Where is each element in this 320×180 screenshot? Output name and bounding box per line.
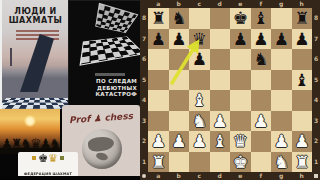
square-g7: ♟ [271, 29, 292, 50]
white-pawn: ♟ [169, 131, 190, 152]
club-logo-text: Prof ♟ chess [62, 110, 140, 125]
square-c5 [189, 70, 210, 91]
square-c1 [189, 152, 210, 173]
square-c7: ♛ [189, 29, 210, 50]
coord-file-e: e [230, 172, 251, 179]
black-king: ♚ [230, 8, 251, 29]
square-g2: ♟ [271, 131, 292, 152]
black-king-icon: ♚ [38, 152, 48, 165]
olive-square-icon [60, 156, 64, 160]
square-f4 [251, 90, 272, 111]
white-knight: ♞ [189, 111, 210, 132]
book-cover-opening-catastrophes: ПО СЛЕДАМ ДЕБЮТНЫХ КАТАСТРОФ [68, 0, 142, 106]
square-c8 [189, 8, 210, 29]
coord-file-h: h [292, 172, 313, 179]
black-queen: ♛ [189, 29, 210, 50]
square-d8 [210, 8, 231, 29]
black-bishop: ♝ [292, 70, 313, 91]
sunset-chess-photo: ♟♜♞♛♟♞ [0, 109, 60, 154]
square-d4 [210, 90, 231, 111]
coord-file-g: g [271, 0, 292, 7]
black-pawn: ♟ [189, 49, 210, 70]
square-g6 [271, 49, 292, 70]
board-squares: ♜♞♚♝♜♟♟♛♟♟♟♟♟♞♝♝♞♟♟♟♟♟♝♛♟♟♜♚♞♜ [148, 8, 312, 172]
book-cover-people-and-chess: ЛЮДИ И ШАХМАТЫ [0, 0, 69, 109]
white-pawn: ♟ [210, 111, 231, 132]
square-c2: ♟ [189, 131, 210, 152]
square-a6 [148, 49, 169, 70]
square-d1 [210, 152, 231, 173]
tower-silhouette [10, 48, 12, 66]
white-pawn: ♟ [189, 131, 210, 152]
square-g3 [271, 111, 292, 132]
coord-file-b: b [169, 172, 190, 179]
frame-corner-icon-right [314, 174, 318, 178]
square-e2: ♛ [230, 131, 251, 152]
square-f7: ♟ [251, 29, 272, 50]
square-a8: ♜ [148, 8, 169, 29]
white-pawn: ♟ [271, 131, 292, 152]
warped-chessboard-small [95, 3, 138, 33]
square-d5 [210, 70, 231, 91]
emblem-pieces: ♚♛ [18, 152, 78, 165]
coord-rank-7: 7 [312, 29, 320, 50]
warped-chessboard-large [79, 37, 142, 66]
coord-rank-2: 2 [312, 131, 320, 152]
square-d2: ♝ [210, 131, 231, 152]
coord-file-f: f [251, 0, 272, 7]
bottom-black-strip [0, 176, 140, 180]
square-a7: ♟ [148, 29, 169, 50]
white-bishop: ♝ [189, 90, 210, 111]
square-h5: ♝ [292, 70, 313, 91]
coord-file-e: e [230, 0, 251, 7]
chess-federation-emblem: ♚♛ ФЕДЕРАЦИЯ ШАХМАТ [18, 152, 78, 178]
black-pawn: ♟ [169, 29, 190, 50]
square-h7: ♟ [292, 29, 313, 50]
coord-rank-3: 3 [140, 111, 148, 132]
square-f6: ♞ [251, 49, 272, 70]
coord-file-g: g [271, 172, 292, 179]
square-h2: ♟ [292, 131, 313, 152]
square-b6 [169, 49, 190, 70]
square-a1: ♜ [148, 152, 169, 173]
square-b4 [169, 90, 190, 111]
black-knight: ♞ [251, 49, 272, 70]
coord-rank-8: 8 [140, 8, 148, 29]
square-b3 [169, 111, 190, 132]
square-e3 [230, 111, 251, 132]
square-g8 [271, 8, 292, 29]
coord-rank-4: 4 [312, 90, 320, 111]
coord-rank-1: 1 [312, 152, 320, 173]
square-e5 [230, 70, 251, 91]
coord-rank-3: 3 [312, 111, 320, 132]
square-a3 [148, 111, 169, 132]
coord-rank-5: 5 [140, 70, 148, 91]
coord-file-a: a [148, 172, 169, 179]
gold-square-icon [32, 156, 36, 160]
video-frame: ЛЮДИ И ШАХМАТЫ ПО СЛЕДАМ ДЕБЮТНЫХ КАТАСТ… [0, 0, 320, 180]
coord-file-b: b [169, 0, 190, 7]
square-c4: ♝ [189, 90, 210, 111]
square-f2 [251, 131, 272, 152]
white-rook: ♜ [148, 152, 169, 173]
black-pawn: ♟ [292, 29, 313, 50]
coord-file-c: c [189, 0, 210, 7]
black-pawn: ♟ [148, 29, 169, 50]
square-h3 [292, 111, 313, 132]
coord-rank-7: 7 [140, 29, 148, 50]
white-bishop: ♝ [210, 131, 231, 152]
square-a2: ♟ [148, 131, 169, 152]
white-rook: ♜ [292, 152, 313, 173]
square-g1: ♞ [271, 152, 292, 173]
black-bishop: ♝ [251, 8, 272, 29]
square-f5 [251, 70, 272, 91]
square-b5 [169, 70, 190, 91]
coord-file-c: c [189, 172, 210, 179]
white-pawn: ♟ [148, 131, 169, 152]
white-pawn: ♟ [292, 131, 313, 152]
coord-rank-1: 1 [140, 152, 148, 173]
square-h8: ♜ [292, 8, 313, 29]
coord-rank-8: 8 [312, 8, 320, 29]
coord-rank-6: 6 [140, 49, 148, 70]
book1-title: ЛЮДИ И ШАХМАТЫ [2, 7, 69, 25]
white-pawn: ♟ [251, 111, 272, 132]
square-f3: ♟ [251, 111, 272, 132]
square-h4 [292, 90, 313, 111]
square-d7 [210, 29, 231, 50]
frame-corner-icon-left [142, 174, 146, 178]
white-knight: ♞ [271, 152, 292, 173]
black-rook: ♜ [148, 8, 169, 29]
square-e6 [230, 49, 251, 70]
coord-file-a: a [148, 0, 169, 7]
square-f1 [251, 152, 272, 173]
coord-file-d: d [210, 172, 231, 179]
monolith-graphic [20, 34, 54, 92]
coord-file-h: h [292, 0, 313, 7]
square-a5 [148, 70, 169, 91]
square-d3: ♟ [210, 111, 231, 132]
square-h1: ♜ [292, 152, 313, 173]
coord-rank-5: 5 [312, 70, 320, 91]
square-e7: ♟ [230, 29, 251, 50]
square-c3: ♞ [189, 111, 210, 132]
coord-rank-6: 6 [312, 49, 320, 70]
square-b1 [169, 152, 190, 173]
black-knight: ♞ [169, 8, 190, 29]
black-pawn: ♟ [271, 29, 292, 50]
square-e1: ♚ [230, 152, 251, 173]
square-c6: ♟ [189, 49, 210, 70]
square-e4 [230, 90, 251, 111]
square-b7: ♟ [169, 29, 190, 50]
book2-author-line [95, 73, 125, 76]
coord-file-d: d [210, 0, 231, 7]
white-king: ♚ [230, 152, 251, 173]
book2-title: ПО СЛЕДАМ ДЕБЮТНЫХ КАТАСТРОФ [69, 78, 137, 98]
square-g5 [271, 70, 292, 91]
square-h6 [292, 49, 313, 70]
black-pawn: ♟ [251, 29, 272, 50]
square-g4 [271, 90, 292, 111]
square-e8: ♚ [230, 8, 251, 29]
white-queen: ♛ [230, 131, 251, 152]
coord-file-f: f [251, 172, 272, 179]
gold-queen-icon: ♛ [48, 152, 58, 165]
square-d6 [210, 49, 231, 70]
square-f8: ♝ [251, 8, 272, 29]
black-rook: ♜ [292, 8, 313, 29]
coord-rank-4: 4 [140, 90, 148, 111]
square-b8: ♞ [169, 8, 190, 29]
checkerboard-floor [0, 98, 69, 109]
chess-board: ♜♞♚♝♜♟♟♛♟♟♟♟♟♞♝♝♞♟♟♟♟♟♝♛♟♟♜♚♞♜ aabbccdde… [140, 0, 320, 180]
black-pawn: ♟ [230, 29, 251, 50]
coord-rank-2: 2 [140, 131, 148, 152]
sun-glow [24, 115, 36, 127]
square-a4 [148, 90, 169, 111]
square-b2: ♟ [169, 131, 190, 152]
